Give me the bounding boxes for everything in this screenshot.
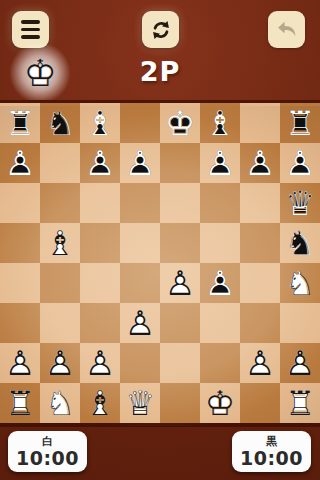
square-g7[interactable]: ♟♙ (240, 143, 280, 183)
piece-black-pawn[interactable]: ♟♙ (200, 263, 240, 303)
piece-black-pawn[interactable]: ♟♙ (120, 143, 160, 183)
piece-black-rook[interactable]: ♜♖ (280, 103, 320, 143)
piece-white-pawn[interactable]: ♟♙ (160, 263, 200, 303)
square-c7[interactable]: ♟♙ (80, 143, 120, 183)
piece-black-rook[interactable]: ♜♖ (0, 103, 40, 143)
square-a5[interactable] (0, 223, 40, 263)
square-c1[interactable]: ♝♗ (80, 383, 120, 423)
piece-white-pawn[interactable]: ♟♙ (240, 343, 280, 383)
square-a8[interactable]: ♜♖ (0, 103, 40, 143)
piece-black-pawn[interactable]: ♟♙ (280, 143, 320, 183)
white-clock: 白 10:00 (8, 431, 87, 472)
piece-black-knight[interactable]: ♞♘ (40, 103, 80, 143)
square-e8[interactable]: ♚♔ (160, 103, 200, 143)
square-f7[interactable]: ♟♙ (200, 143, 240, 183)
square-e4[interactable]: ♟♙ (160, 263, 200, 303)
piece-white-bishop[interactable]: ♝♗ (80, 383, 120, 423)
square-g5[interactable] (240, 223, 280, 263)
piece-white-rook[interactable]: ♜♖ (280, 383, 320, 423)
undo-button[interactable] (268, 11, 305, 48)
square-d6[interactable] (120, 183, 160, 223)
square-a1[interactable]: ♜♖ (0, 383, 40, 423)
refresh-icon (150, 19, 172, 41)
square-f3[interactable] (200, 303, 240, 343)
square-b1[interactable]: ♞♘ (40, 383, 80, 423)
piece-white-pawn[interactable]: ♟♙ (0, 343, 40, 383)
undo-arrow-icon (275, 18, 299, 42)
square-a3[interactable] (0, 303, 40, 343)
piece-black-pawn[interactable]: ♟♙ (240, 143, 280, 183)
square-h3[interactable] (280, 303, 320, 343)
board-grid: ♜♖♞♘♝♗♚♔♝♗♜♖♟♙♟♙♟♙♟♙♟♙♟♙♛♕♝♗♞♘♟♙♟♙♞♘♟♙♟♙… (0, 103, 320, 423)
square-g2[interactable]: ♟♙ (240, 343, 280, 383)
square-f1[interactable]: ♚♔ (200, 383, 240, 423)
square-e2[interactable] (160, 343, 200, 383)
square-g6[interactable] (240, 183, 280, 223)
square-c6[interactable] (80, 183, 120, 223)
square-c3[interactable] (80, 303, 120, 343)
piece-white-knight[interactable]: ♞♘ (40, 383, 80, 423)
piece-black-knight[interactable]: ♞♘ (280, 223, 320, 263)
square-b3[interactable] (40, 303, 80, 343)
piece-black-bishop[interactable]: ♝♗ (200, 103, 240, 143)
square-b8[interactable]: ♞♘ (40, 103, 80, 143)
piece-white-pawn[interactable]: ♟♙ (280, 343, 320, 383)
black-clock: 黒 10:00 (232, 431, 311, 472)
square-e6[interactable] (160, 183, 200, 223)
piece-white-pawn[interactable]: ♟♙ (80, 343, 120, 383)
square-h4[interactable]: ♞♘ (280, 263, 320, 303)
square-g4[interactable] (240, 263, 280, 303)
piece-white-pawn[interactable]: ♟♙ (40, 343, 80, 383)
square-f2[interactable] (200, 343, 240, 383)
square-d3[interactable]: ♟♙ (120, 303, 160, 343)
chess-board: ♜♖♞♘♝♗♚♔♝♗♜♖♟♙♟♙♟♙♟♙♟♙♟♙♛♕♝♗♞♘♟♙♟♙♞♘♟♙♟♙… (0, 100, 320, 427)
square-h6[interactable]: ♛♕ (280, 183, 320, 223)
restart-button[interactable] (142, 11, 179, 48)
square-d8[interactable] (120, 103, 160, 143)
square-d1[interactable]: ♛♕ (120, 383, 160, 423)
square-a7[interactable]: ♟♙ (0, 143, 40, 183)
square-c2[interactable]: ♟♙ (80, 343, 120, 383)
square-f8[interactable]: ♝♗ (200, 103, 240, 143)
square-d7[interactable]: ♟♙ (120, 143, 160, 183)
piece-black-queen[interactable]: ♛♕ (280, 183, 320, 223)
piece-black-bishop[interactable]: ♝♗ (80, 103, 120, 143)
square-c4[interactable] (80, 263, 120, 303)
square-a4[interactable] (0, 263, 40, 303)
square-h8[interactable]: ♜♖ (280, 103, 320, 143)
piece-white-king[interactable]: ♚♔ (200, 383, 240, 423)
square-f6[interactable] (200, 183, 240, 223)
square-d4[interactable] (120, 263, 160, 303)
square-g8[interactable] (240, 103, 280, 143)
square-h1[interactable]: ♜♖ (280, 383, 320, 423)
square-b5[interactable]: ♝♗ (40, 223, 80, 263)
piece-white-queen[interactable]: ♛♕ (120, 383, 160, 423)
piece-white-rook[interactable]: ♜♖ (0, 383, 40, 423)
square-b2[interactable]: ♟♙ (40, 343, 80, 383)
square-e5[interactable] (160, 223, 200, 263)
black-clock-time: 10:00 (240, 448, 303, 468)
square-e3[interactable] (160, 303, 200, 343)
square-e7[interactable] (160, 143, 200, 183)
piece-black-king[interactable]: ♚♔ (160, 103, 200, 143)
square-a2[interactable]: ♟♙ (0, 343, 40, 383)
square-b6[interactable] (40, 183, 80, 223)
hamburger-icon (21, 20, 40, 39)
square-h7[interactable]: ♟♙ (280, 143, 320, 183)
square-b4[interactable] (40, 263, 80, 303)
white-clock-time: 10:00 (16, 448, 79, 468)
piece-white-pawn[interactable]: ♟♙ (120, 303, 160, 343)
square-d5[interactable] (120, 223, 160, 263)
square-e1[interactable] (160, 383, 200, 423)
square-h2[interactable]: ♟♙ (280, 343, 320, 383)
square-c5[interactable] (80, 223, 120, 263)
turn-indicator: ♚ ♔ (20, 53, 60, 93)
app-root: { "game": "chess", "app": { "mode_label"… (0, 0, 320, 480)
square-f5[interactable] (200, 223, 240, 263)
square-g3[interactable] (240, 303, 280, 343)
square-g1[interactable] (240, 383, 280, 423)
square-b7[interactable] (40, 143, 80, 183)
square-d2[interactable] (120, 343, 160, 383)
piece-white-knight[interactable]: ♞♘ (280, 263, 320, 303)
square-a6[interactable] (0, 183, 40, 223)
piece-black-pawn[interactable]: ♟♙ (200, 143, 240, 183)
square-f4[interactable]: ♟♙ (200, 263, 240, 303)
square-h5[interactable]: ♞♘ (280, 223, 320, 263)
turn-indicator-white-king-icon: ♚ ♔ (20, 53, 60, 93)
piece-black-pawn[interactable]: ♟♙ (80, 143, 120, 183)
piece-black-pawn[interactable]: ♟♙ (0, 143, 40, 183)
square-c8[interactable]: ♝♗ (80, 103, 120, 143)
piece-white-bishop[interactable]: ♝♗ (40, 223, 80, 263)
